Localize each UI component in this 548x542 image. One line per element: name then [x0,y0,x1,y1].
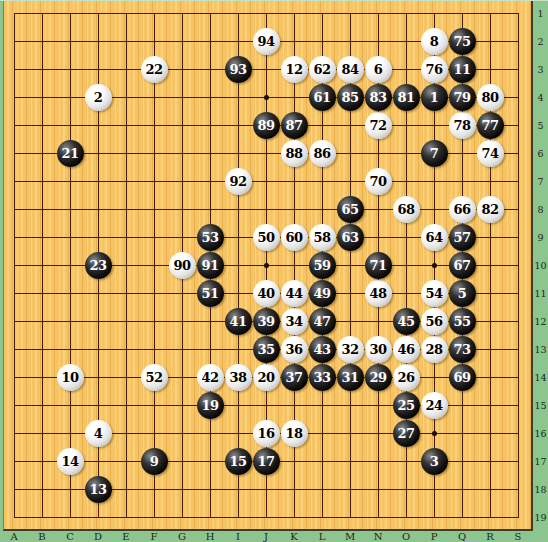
stone-Q10[interactable]: 67 [449,252,476,279]
stone-L6[interactable]: 86 [309,140,336,167]
star-point [264,263,269,268]
stone-O4[interactable]: 81 [393,84,420,111]
star-point [432,431,437,436]
col-label-P: P [424,531,444,542]
row-label-16: 16 [533,428,548,439]
stone-L10[interactable]: 59 [309,252,336,279]
stone-L14[interactable]: 33 [309,364,336,391]
stone-R5[interactable]: 77 [477,112,504,139]
stone-Q14[interactable]: 69 [449,364,476,391]
stone-H15[interactable]: 19 [197,392,224,419]
stone-M14[interactable]: 31 [337,364,364,391]
stone-Q2[interactable]: 75 [449,28,476,55]
stone-D18[interactable]: 13 [85,476,112,503]
stone-Q11[interactable]: 5 [449,280,476,307]
stone-H10[interactable]: 91 [197,252,224,279]
stone-O13[interactable]: 46 [393,336,420,363]
stone-G10[interactable]: 90 [169,252,196,279]
col-label-G: G [172,531,192,542]
row-label-13: 13 [533,344,548,355]
stone-P9[interactable]: 64 [421,224,448,251]
row-label-19: 19 [533,512,548,523]
stone-P17[interactable]: 3 [421,448,448,475]
stone-M13[interactable]: 32 [337,336,364,363]
stone-K11[interactable]: 44 [281,280,308,307]
stone-C17[interactable]: 14 [57,448,84,475]
stone-K5[interactable]: 87 [281,112,308,139]
stone-O14[interactable]: 26 [393,364,420,391]
stone-P3[interactable]: 76 [421,56,448,83]
col-label-O: O [396,531,416,542]
star-point [264,95,269,100]
stone-C6[interactable]: 21 [57,140,84,167]
stone-O8[interactable]: 68 [393,196,420,223]
stone-J13[interactable]: 35 [253,336,280,363]
stone-Q9[interactable]: 57 [449,224,476,251]
stone-N11[interactable]: 48 [365,280,392,307]
stone-K12[interactable]: 34 [281,308,308,335]
col-label-C: C [60,531,80,542]
stone-L9[interactable]: 58 [309,224,336,251]
stone-I14[interactable]: 38 [225,364,252,391]
col-label-S: S [508,531,528,542]
stone-J9[interactable]: 50 [253,224,280,251]
stone-N3[interactable]: 6 [365,56,392,83]
stone-H9[interactable]: 53 [197,224,224,251]
stone-D10[interactable]: 23 [85,252,112,279]
stone-N10[interactable]: 71 [365,252,392,279]
stone-M4[interactable]: 85 [337,84,364,111]
row-label-17: 17 [533,456,548,467]
row-label-10: 10 [533,260,548,271]
col-label-N: N [368,531,388,542]
stone-O15[interactable]: 25 [393,392,420,419]
stone-K14[interactable]: 37 [281,364,308,391]
grid-line-vertical [518,13,519,518]
stone-J11[interactable]: 40 [253,280,280,307]
stone-Q12[interactable]: 55 [449,308,476,335]
col-label-A: A [4,531,24,542]
stone-K6[interactable]: 88 [281,140,308,167]
col-label-I: I [228,531,248,542]
star-point [432,263,437,268]
stone-J2[interactable]: 94 [253,28,280,55]
row-label-14: 14 [533,372,548,383]
row-label-9: 9 [533,232,548,243]
row-label-5: 5 [533,120,548,131]
stone-D4[interactable]: 2 [85,84,112,111]
stone-Q3[interactable]: 11 [449,56,476,83]
stone-L12[interactable]: 47 [309,308,336,335]
col-label-E: E [116,531,136,542]
stone-N5[interactable]: 72 [365,112,392,139]
col-label-L: L [312,531,332,542]
stone-J14[interactable]: 20 [253,364,280,391]
stone-N14[interactable]: 29 [365,364,392,391]
stone-P6[interactable]: 7 [421,140,448,167]
stone-I3[interactable]: 93 [225,56,252,83]
stone-P4[interactable]: 1 [421,84,448,111]
grid-line-horizontal [14,517,519,518]
stone-K16[interactable]: 18 [281,420,308,447]
stone-O12[interactable]: 45 [393,308,420,335]
stone-Q13[interactable]: 73 [449,336,476,363]
stone-R4[interactable]: 80 [477,84,504,111]
col-label-K: K [284,531,304,542]
col-label-H: H [200,531,220,542]
stone-N4[interactable]: 83 [365,84,392,111]
stone-J17[interactable]: 17 [253,448,280,475]
col-label-J: J [256,531,276,542]
row-label-11: 11 [533,288,548,299]
stone-K13[interactable]: 36 [281,336,308,363]
col-label-M: M [340,531,360,542]
stone-O16[interactable]: 27 [393,420,420,447]
stone-P13[interactable]: 28 [421,336,448,363]
row-label-8: 8 [533,204,548,215]
stone-R6[interactable]: 74 [477,140,504,167]
stone-L13[interactable]: 43 [309,336,336,363]
stone-K3[interactable]: 12 [281,56,308,83]
col-label-D: D [88,531,108,542]
row-label-7: 7 [533,176,548,187]
stone-P2[interactable]: 8 [421,28,448,55]
stone-Q4[interactable]: 79 [449,84,476,111]
stone-L4[interactable]: 61 [309,84,336,111]
stone-N13[interactable]: 30 [365,336,392,363]
stone-I12[interactable]: 41 [225,308,252,335]
row-label-6: 6 [533,148,548,159]
stone-Q8[interactable]: 66 [449,196,476,223]
row-label-12: 12 [533,316,548,327]
row-label-18: 18 [533,484,548,495]
stone-H11[interactable]: 51 [197,280,224,307]
stone-J5[interactable]: 89 [253,112,280,139]
stone-M9[interactable]: 63 [337,224,364,251]
col-label-R: R [480,531,500,542]
stone-K9[interactable]: 60 [281,224,308,251]
stone-Q5[interactable]: 78 [449,112,476,139]
col-label-F: F [144,531,164,542]
col-label-Q: Q [452,531,472,542]
stone-M3[interactable]: 84 [337,56,364,83]
row-label-4: 4 [533,92,548,103]
stone-R8[interactable]: 82 [477,196,504,223]
row-label-15: 15 [533,400,548,411]
stone-M8[interactable]: 65 [337,196,364,223]
stone-F17[interactable]: 9 [141,448,168,475]
row-label-1: 1 [533,8,548,19]
stone-F3[interactable]: 22 [141,56,168,83]
stone-P11[interactable]: 54 [421,280,448,307]
stone-I17[interactable]: 15 [225,448,252,475]
go-board-diagram: 1234567891011121314151617181920212223242… [0,0,548,542]
stone-F14[interactable]: 52 [141,364,168,391]
stone-J16[interactable]: 16 [253,420,280,447]
stone-N7[interactable]: 70 [365,168,392,195]
stone-H14[interactable]: 42 [197,364,224,391]
stone-C14[interactable]: 10 [57,364,84,391]
row-label-3: 3 [533,64,548,75]
stone-I7[interactable]: 92 [225,168,252,195]
col-label-B: B [32,531,52,542]
stone-P12[interactable]: 56 [421,308,448,335]
stone-D16[interactable]: 4 [85,420,112,447]
stone-L11[interactable]: 49 [309,280,336,307]
stone-L3[interactable]: 62 [309,56,336,83]
stone-J12[interactable]: 39 [253,308,280,335]
stone-P15[interactable]: 24 [421,392,448,419]
row-label-2: 2 [533,36,548,47]
